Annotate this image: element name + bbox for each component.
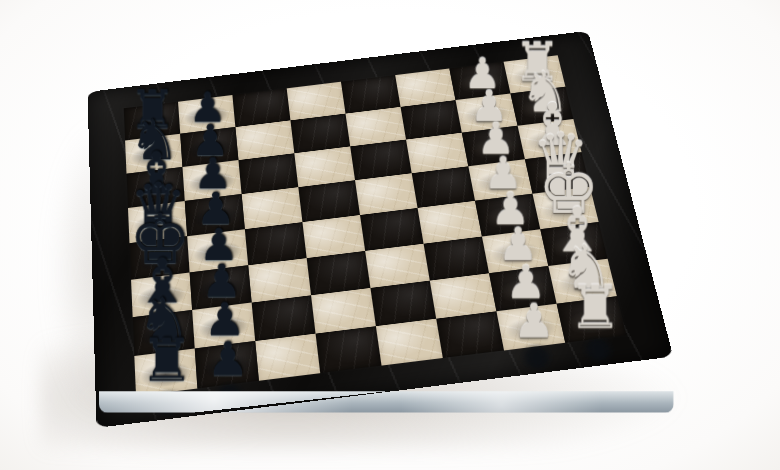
square-r5c4: [302, 215, 365, 258]
square-r6c4: [307, 251, 371, 295]
square-r4c6: [412, 166, 475, 208]
square-r8c1: ♜: [134, 349, 197, 396]
piece-reflection: [584, 338, 612, 363]
board-bevel-edge: [99, 391, 674, 413]
square-r8c4: [316, 326, 382, 373]
chess-board-grid: ♜♟♟♜♞♟♟♞♝♟♟♝♛♟♟♛♚♟♟♚♝♟♟♝♞♟♟♞♜♟♟♜: [124, 55, 627, 396]
square-r6c6: [424, 237, 490, 281]
square-r8c3: [255, 334, 320, 381]
chess-board: ♜♟♟♜♞♟♟♞♝♟♟♝♛♟♟♛♚♟♟♚♝♟♟♝♞♟♟♞♜♟♟♜: [88, 31, 674, 428]
board-frame: ♜♟♟♜♞♟♟♞♝♟♟♝♛♟♟♛♚♟♟♚♝♟♟♝♞♟♟♞♜♟♟♜: [88, 31, 674, 428]
black-rook: ♜: [140, 332, 193, 389]
black-pawn: ♟: [207, 337, 249, 381]
square-r4c4: [298, 180, 360, 222]
chess-photo-scene: ♜♟♟♜♞♟♟♞♝♟♟♝♛♟♟♛♚♟♟♚♝♟♟♝♞♟♟♞♜♟♟♜: [0, 0, 780, 470]
square-r5c6: [418, 201, 482, 244]
square-r3c6: [406, 133, 468, 174]
square-r5c3: [245, 222, 307, 265]
square-r4c5: [355, 173, 418, 215]
square-r8c8: ♜: [557, 296, 627, 342]
square-r8c7: ♟: [496, 304, 565, 351]
square-r8c6: [436, 311, 504, 358]
square-r2c4: [290, 114, 350, 154]
square-r4c3: [242, 187, 303, 229]
square-r2c6: [401, 100, 462, 139]
square-r8c5: [376, 319, 443, 366]
white-pawn: ♟: [513, 299, 555, 343]
piece-reflection: [523, 345, 551, 370]
square-r3c5: [350, 140, 412, 181]
photo-background: ♜♟♟♜♞♟♟♞♝♟♟♝♛♟♟♛♚♟♟♚♝♟♟♝♞♟♟♞♜♟♟♜: [0, 0, 780, 470]
white-rook: ♜: [568, 279, 621, 336]
square-r3c3: [238, 153, 298, 194]
square-r8c2: ♟: [195, 341, 259, 388]
